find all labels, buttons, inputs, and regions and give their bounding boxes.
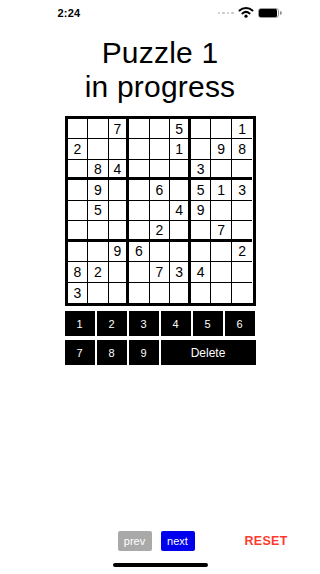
sudoku-cell-r1c5[interactable] (150, 119, 171, 139)
sudoku-cell-r1c8[interactable] (211, 119, 232, 139)
sudoku-cell-r8c7[interactable]: 4 (191, 262, 212, 282)
page-title: Puzzle 1 in progress (28, 36, 293, 104)
key-3[interactable]: 3 (129, 311, 159, 336)
sudoku-cell-r7c9[interactable]: 2 (232, 242, 253, 262)
sudoku-cell-r6c8[interactable]: 7 (211, 221, 232, 241)
sudoku-cell-r1c4[interactable] (129, 119, 150, 139)
key-4[interactable]: 4 (161, 311, 191, 336)
sudoku-cell-r7c5[interactable] (150, 242, 171, 262)
sudoku-cell-r5c5[interactable] (150, 201, 171, 221)
sudoku-cell-r8c9[interactable] (232, 262, 253, 282)
sudoku-cell-r9c1[interactable]: 3 (68, 283, 89, 303)
keypad-row-2: 789Delete (65, 340, 256, 365)
sudoku-cell-r4c2[interactable]: 9 (88, 180, 109, 200)
sudoku-cell-r2c7[interactable] (191, 139, 212, 159)
status-icons (218, 7, 279, 19)
sudoku-cell-r4c3[interactable] (109, 180, 130, 200)
sudoku-cell-r7c2[interactable] (88, 242, 109, 262)
sudoku-cell-r5c1[interactable] (68, 201, 89, 221)
sudoku-cell-r9c9[interactable] (232, 283, 253, 303)
sudoku-cell-r8c8[interactable] (211, 262, 232, 282)
sudoku-cell-r7c1[interactable] (68, 242, 89, 262)
sudoku-cell-r6c1[interactable] (68, 221, 89, 241)
prev-button[interactable]: prev (118, 531, 152, 551)
key-8[interactable]: 8 (97, 340, 127, 365)
sudoku-cell-r5c3[interactable] (109, 201, 130, 221)
sudoku-cell-r9c5[interactable] (150, 283, 171, 303)
sudoku-cell-r5c7[interactable]: 9 (191, 201, 212, 221)
sudoku-cell-r9c3[interactable] (109, 283, 130, 303)
footer-controls: prev next RESET (28, 531, 293, 553)
wifi-icon (238, 4, 254, 22)
sudoku-cell-r3c1[interactable] (68, 160, 89, 180)
sudoku-cell-r9c8[interactable] (211, 283, 232, 303)
key-5[interactable]: 5 (193, 311, 223, 336)
key-6[interactable]: 6 (225, 311, 255, 336)
sudoku-cell-r6c9[interactable] (232, 221, 253, 241)
sudoku-cell-r2c9[interactable]: 8 (232, 139, 253, 159)
app-screen: 2:24 Puzzle 1 in progress 75121988439651… (28, 0, 293, 574)
sudoku-cell-r7c6[interactable] (170, 242, 191, 262)
sudoku-cell-r1c2[interactable] (88, 119, 109, 139)
next-button[interactable]: next (161, 531, 195, 551)
sudoku-cell-r8c3[interactable] (109, 262, 130, 282)
sudoku-cell-r5c4[interactable] (129, 201, 150, 221)
sudoku-cell-r3c8[interactable] (211, 160, 232, 180)
sudoku-cell-r4c6[interactable] (170, 180, 191, 200)
sudoku-cell-r9c4[interactable] (129, 283, 150, 303)
sudoku-cell-r3c9[interactable] (232, 160, 253, 180)
sudoku-cell-r2c5[interactable] (150, 139, 171, 159)
sudoku-cell-r7c7[interactable] (191, 242, 212, 262)
sudoku-cell-r6c7[interactable] (191, 221, 212, 241)
battery-icon (258, 8, 279, 19)
sudoku-cell-r9c6[interactable] (170, 283, 191, 303)
key-7[interactable]: 7 (65, 340, 95, 365)
sudoku-cell-r3c7[interactable]: 3 (191, 160, 212, 180)
reset-button[interactable]: RESET (245, 534, 288, 548)
sudoku-cell-r2c1[interactable]: 2 (68, 139, 89, 159)
sudoku-cell-r1c1[interactable] (68, 119, 89, 139)
sudoku-cell-r1c6[interactable]: 5 (170, 119, 191, 139)
sudoku-cell-r6c5[interactable]: 2 (150, 221, 171, 241)
sudoku-cell-r7c4[interactable]: 6 (129, 242, 150, 262)
sudoku-cell-r3c4[interactable] (129, 160, 150, 180)
sudoku-cell-r5c6[interactable]: 4 (170, 201, 191, 221)
key-1[interactable]: 1 (65, 311, 95, 336)
sudoku-cell-r4c7[interactable]: 5 (191, 180, 212, 200)
sudoku-cell-r5c2[interactable]: 5 (88, 201, 109, 221)
sudoku-grid: 75121988439651354927962827343 (65, 116, 256, 306)
sudoku-cell-r2c3[interactable] (109, 139, 130, 159)
sudoku-cell-r4c9[interactable]: 3 (232, 180, 253, 200)
sudoku-cell-r3c5[interactable] (150, 160, 171, 180)
sudoku-cell-r6c3[interactable] (109, 221, 130, 241)
sudoku-cell-r7c8[interactable] (211, 242, 232, 262)
sudoku-cell-r4c8[interactable]: 1 (211, 180, 232, 200)
sudoku-cell-r7c3[interactable]: 9 (109, 242, 130, 262)
status-bar: 2:24 (28, 0, 293, 26)
sudoku-cell-r2c8[interactable]: 9 (211, 139, 232, 159)
sudoku-cell-r1c3[interactable]: 7 (109, 119, 130, 139)
sudoku-cell-r9c2[interactable] (88, 283, 109, 303)
sudoku-cell-r2c4[interactable] (129, 139, 150, 159)
sudoku-cell-r3c2[interactable]: 8 (88, 160, 109, 180)
sudoku-cell-r6c4[interactable] (129, 221, 150, 241)
sudoku-cell-r8c4[interactable] (129, 262, 150, 282)
sudoku-cell-r5c9[interactable] (232, 201, 253, 221)
sudoku-cell-r3c3[interactable]: 4 (109, 160, 130, 180)
number-keypad: 123456 789Delete (65, 311, 256, 369)
delete-key[interactable]: Delete (161, 340, 256, 365)
sudoku-cell-r4c5[interactable]: 6 (150, 180, 171, 200)
sudoku-cell-r2c2[interactable] (88, 139, 109, 159)
sudoku-cell-r4c4[interactable] (129, 180, 150, 200)
sudoku-cell-r8c5[interactable]: 7 (150, 262, 171, 282)
sudoku-cell-r8c1[interactable]: 8 (68, 262, 89, 282)
sudoku-cell-r8c2[interactable]: 2 (88, 262, 109, 282)
sudoku-cell-r4c1[interactable] (68, 180, 89, 200)
puzzle-status: in progress (28, 70, 293, 104)
sudoku-cell-r9c7[interactable] (191, 283, 212, 303)
sudoku-cell-r6c6[interactable] (170, 221, 191, 241)
key-9[interactable]: 9 (129, 340, 159, 365)
cellular-signal-icon (218, 12, 234, 15)
puzzle-title: Puzzle 1 (28, 36, 293, 70)
sudoku-cell-r1c9[interactable]: 1 (232, 119, 253, 139)
sudoku-cell-r6c2[interactable] (88, 221, 109, 241)
keypad-row-1: 123456 (65, 311, 256, 336)
key-2[interactable]: 2 (97, 311, 127, 336)
sudoku-cell-r1c7[interactable] (191, 119, 212, 139)
sudoku-cell-r8c6[interactable]: 3 (170, 262, 191, 282)
home-indicator[interactable] (113, 563, 208, 567)
sudoku-cell-r5c8[interactable] (211, 201, 232, 221)
status-time: 2:24 (58, 7, 81, 19)
sudoku-cell-r3c6[interactable] (170, 160, 191, 180)
sudoku-cell-r2c6[interactable]: 1 (170, 139, 191, 159)
